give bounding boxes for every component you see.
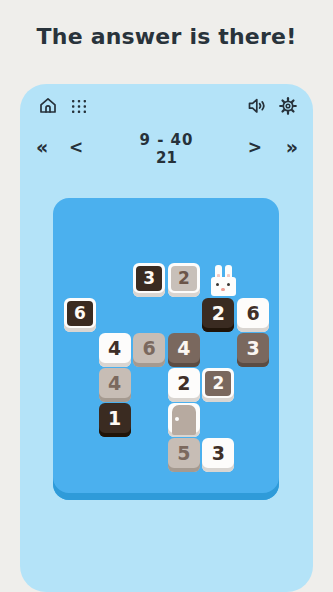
board-grid[interactable]: 326264643422153 [53, 198, 279, 500]
tile-inner-square: 3 [136, 266, 162, 291]
framed-tile-3[interactable]: 3 [133, 263, 165, 297]
framed-tile-6[interactable]: 6 [64, 298, 96, 332]
tile-number: 3 [143, 270, 155, 287]
tile-number: 3 [246, 339, 259, 362]
apps-grid-icon[interactable] [68, 95, 90, 117]
door-tile [168, 403, 200, 437]
rabbit-character [211, 265, 236, 296]
tile-number: 2 [178, 270, 190, 287]
tile-number: 6 [246, 304, 259, 327]
next-level-button[interactable]: > [248, 136, 262, 158]
door-knob [175, 417, 179, 421]
tile-2[interactable]: 2 [202, 298, 234, 332]
home-icon[interactable] [37, 95, 59, 117]
framed-tile-2[interactable]: 2 [168, 263, 200, 297]
tile-5[interactable]: 5 [168, 438, 200, 472]
tile-4[interactable]: 4 [168, 333, 200, 367]
framed-tile-2[interactable]: 2 [202, 368, 234, 402]
game-card: « < 9 - 40 21 > » 326264643422153 [20, 84, 313, 592]
gear-icon[interactable] [277, 95, 299, 117]
rabbit-mouth [221, 288, 225, 291]
tile-number: 3 [212, 444, 225, 467]
tile-number: 2 [212, 375, 224, 392]
tile-inner-square: 2 [205, 371, 231, 396]
tile-1[interactable]: 1 [99, 403, 131, 437]
tile-inner-square: 2 [171, 266, 197, 291]
tile-number: 4 [108, 339, 121, 362]
rabbit-body [211, 277, 236, 296]
level-current: 21 [20, 149, 313, 167]
tile-number: 2 [177, 374, 190, 397]
tile-4[interactable]: 4 [99, 333, 131, 367]
tile-3[interactable]: 3 [237, 333, 269, 367]
tile-3[interactable]: 3 [202, 438, 234, 472]
tile-6[interactable]: 6 [237, 298, 269, 332]
tile-number: 1 [108, 409, 121, 432]
level-range: 9 - 40 [20, 131, 313, 149]
door-icon [172, 405, 196, 435]
tile-2[interactable]: 2 [168, 368, 200, 402]
tile-number: 6 [74, 305, 86, 322]
tile-number: 6 [143, 339, 156, 362]
rabbit-eye [216, 283, 219, 286]
rabbit-eye [227, 283, 230, 286]
tile-number: 4 [177, 339, 190, 362]
tile-number: 5 [177, 444, 190, 467]
tile-4[interactable]: 4 [99, 368, 131, 402]
level-indicator: 9 - 40 21 [20, 131, 313, 167]
tile-number: 4 [108, 374, 121, 397]
page-title: The answer is there! [0, 24, 333, 49]
tile-inner-square: 6 [67, 301, 93, 326]
tile-6[interactable]: 6 [133, 333, 165, 367]
sound-on-icon[interactable] [246, 95, 268, 117]
tile-number: 2 [212, 304, 225, 327]
last-level-button[interactable]: » [286, 136, 298, 158]
